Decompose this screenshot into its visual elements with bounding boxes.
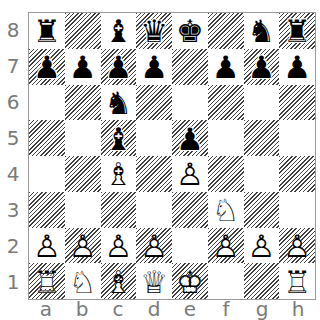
- piece-black-king[interactable]: ♚: [172, 14, 208, 50]
- square-a2[interactable]: ♟♙: [29, 228, 65, 264]
- square-e2[interactable]: [172, 228, 208, 264]
- piece-white-knight[interactable]: ♞♘: [208, 192, 244, 228]
- piece-black-rook[interactable]: ♜: [279, 14, 315, 50]
- white-king-icon: ♔: [172, 264, 208, 300]
- white-pawn-icon: ♙: [244, 229, 280, 265]
- white-queen-icon: ♕: [136, 264, 172, 300]
- piece-white-bishop[interactable]: ♝♗: [101, 263, 137, 299]
- square-g7[interactable]: ♟: [244, 49, 280, 85]
- piece-white-pawn[interactable]: ♟♙: [101, 228, 137, 264]
- square-e8[interactable]: ♚: [172, 13, 208, 49]
- piece-black-pawn[interactable]: ♟: [279, 50, 315, 86]
- piece-white-pawn[interactable]: ♟♙: [29, 228, 65, 264]
- white-pawn-icon: ♙: [172, 157, 208, 193]
- square-g5[interactable]: [244, 120, 280, 156]
- rank-label-5: 5: [0, 120, 26, 156]
- piece-white-pawn[interactable]: ♟♙: [244, 228, 280, 264]
- square-d2[interactable]: ♟♙: [136, 228, 172, 264]
- piece-black-rook[interactable]: ♜: [29, 14, 65, 50]
- piece-white-pawn[interactable]: ♟♙: [136, 228, 172, 264]
- square-b6[interactable]: [65, 85, 101, 121]
- square-h3[interactable]: [279, 192, 315, 228]
- square-h5[interactable]: [279, 120, 315, 156]
- white-rook-icon: ♖: [29, 264, 65, 300]
- square-a3[interactable]: [29, 192, 65, 228]
- piece-black-pawn[interactable]: ♟: [208, 50, 244, 86]
- square-f7[interactable]: ♟: [208, 49, 244, 85]
- square-a4[interactable]: [29, 156, 65, 192]
- square-e5[interactable]: ♟: [172, 120, 208, 156]
- board-frame: ♜♝♛♚♞♜♟♟♟♟♟♟♟♞♝♟♝♗♟♙♞♘♟♙♟♙♟♙♟♙♟♙♟♙♟♙♜♖♞♘…: [28, 12, 316, 300]
- square-b4[interactable]: [65, 156, 101, 192]
- piece-white-queen[interactable]: ♛♕: [136, 263, 172, 299]
- file-label-b: b: [64, 300, 100, 320]
- square-b5[interactable]: [65, 120, 101, 156]
- square-g8[interactable]: ♞: [244, 13, 280, 49]
- rank-label-3: 3: [0, 192, 26, 228]
- square-c7[interactable]: ♟: [101, 49, 137, 85]
- file-labels: a b c d e f g h: [28, 300, 316, 320]
- square-c3[interactable]: [101, 192, 137, 228]
- square-f8[interactable]: [208, 13, 244, 49]
- square-a6[interactable]: [29, 85, 65, 121]
- square-h1[interactable]: ♜♖: [279, 263, 315, 299]
- square-f4[interactable]: [208, 156, 244, 192]
- square-c8[interactable]: ♝: [101, 13, 137, 49]
- piece-black-bishop[interactable]: ♝: [101, 14, 137, 50]
- square-g1[interactable]: [244, 263, 280, 299]
- square-g2[interactable]: ♟♙: [244, 228, 280, 264]
- square-h4[interactable]: [279, 156, 315, 192]
- piece-white-pawn[interactable]: ♟♙: [65, 228, 101, 264]
- file-label-f: f: [208, 300, 244, 320]
- square-a7[interactable]: ♟: [29, 49, 65, 85]
- square-f2[interactable]: ♟♙: [208, 228, 244, 264]
- square-f1[interactable]: [208, 263, 244, 299]
- piece-white-king[interactable]: ♚♔: [172, 263, 208, 299]
- square-d6[interactable]: [136, 85, 172, 121]
- square-c2[interactable]: ♟♙: [101, 228, 137, 264]
- file-label-h: h: [280, 300, 316, 320]
- white-knight-icon: ♘: [65, 264, 101, 300]
- piece-black-knight[interactable]: ♞: [101, 86, 137, 122]
- square-d4[interactable]: [136, 156, 172, 192]
- piece-white-pawn[interactable]: ♟♙: [279, 228, 315, 264]
- rank-label-8: 8: [0, 12, 26, 48]
- piece-black-knight[interactable]: ♞: [244, 14, 280, 50]
- piece-white-rook[interactable]: ♜♖: [279, 263, 315, 299]
- white-rook-icon: ♖: [279, 264, 315, 300]
- square-g4[interactable]: [244, 156, 280, 192]
- square-b8[interactable]: [65, 13, 101, 49]
- piece-white-pawn[interactable]: ♟♙: [208, 228, 244, 264]
- square-a5[interactable]: [29, 120, 65, 156]
- square-a8[interactable]: ♜: [29, 13, 65, 49]
- white-bishop-icon: ♗: [101, 264, 137, 300]
- square-f3[interactable]: ♞♘: [208, 192, 244, 228]
- file-label-e: e: [172, 300, 208, 320]
- rank-label-6: 6: [0, 84, 26, 120]
- white-pawn-icon: ♙: [136, 229, 172, 265]
- square-e1[interactable]: ♚♔: [172, 263, 208, 299]
- square-h6[interactable]: [279, 85, 315, 121]
- rank-label-2: 2: [0, 228, 26, 264]
- white-pawn-icon: ♙: [29, 229, 65, 265]
- file-label-d: d: [136, 300, 172, 320]
- square-h2[interactable]: ♟♙: [279, 228, 315, 264]
- piece-black-bishop[interactable]: ♝: [101, 121, 137, 157]
- square-h8[interactable]: ♜: [279, 13, 315, 49]
- rank-label-1: 1: [0, 264, 26, 300]
- white-bishop-icon: ♗: [101, 157, 137, 193]
- square-a1[interactable]: ♜♖: [29, 263, 65, 299]
- square-c1[interactable]: ♝♗: [101, 263, 137, 299]
- piece-black-pawn[interactable]: ♟: [101, 50, 137, 86]
- square-c4[interactable]: ♝♗: [101, 156, 137, 192]
- piece-black-pawn[interactable]: ♟: [244, 50, 280, 86]
- square-f6[interactable]: [208, 85, 244, 121]
- white-pawn-icon: ♙: [65, 229, 101, 265]
- piece-black-pawn[interactable]: ♟: [65, 50, 101, 86]
- square-g3[interactable]: [244, 192, 280, 228]
- square-e4[interactable]: ♟♙: [172, 156, 208, 192]
- white-pawn-icon: ♙: [279, 229, 315, 265]
- piece-white-knight[interactable]: ♞♘: [65, 263, 101, 299]
- square-e6[interactable]: [172, 85, 208, 121]
- square-b2[interactable]: ♟♙: [65, 228, 101, 264]
- square-e3[interactable]: [172, 192, 208, 228]
- square-h7[interactable]: ♟: [279, 49, 315, 85]
- square-d3[interactable]: [136, 192, 172, 228]
- rank-label-4: 4: [0, 156, 26, 192]
- square-d1[interactable]: ♛♕: [136, 263, 172, 299]
- file-label-g: g: [244, 300, 280, 320]
- square-f5[interactable]: [208, 120, 244, 156]
- rank-labels: 8 7 6 5 4 3 2 1: [0, 12, 26, 300]
- square-c5[interactable]: ♝: [101, 120, 137, 156]
- rank-label-7: 7: [0, 48, 26, 84]
- chess-board: ♜♝♛♚♞♜♟♟♟♟♟♟♟♞♝♟♝♗♟♙♞♘♟♙♟♙♟♙♟♙♟♙♟♙♟♙♜♖♞♘…: [29, 13, 315, 299]
- piece-black-pawn[interactable]: ♟: [172, 121, 208, 157]
- square-b7[interactable]: ♟: [65, 49, 101, 85]
- white-pawn-icon: ♙: [101, 229, 137, 265]
- square-d8[interactable]: ♛: [136, 13, 172, 49]
- piece-black-pawn[interactable]: ♟: [29, 50, 65, 86]
- piece-white-bishop[interactable]: ♝♗: [101, 156, 137, 192]
- chess-diagram: 8 7 6 5 4 3 2 1 ♜♝♛♚♞♜♟♟♟♟♟♟♟♞♝♟♝♗♟♙♞♘♟♙…: [0, 0, 320, 320]
- square-g6[interactable]: [244, 85, 280, 121]
- square-e7[interactable]: [172, 49, 208, 85]
- piece-white-rook[interactable]: ♜♖: [29, 263, 65, 299]
- square-d7[interactable]: ♟: [136, 49, 172, 85]
- piece-black-queen[interactable]: ♛: [136, 14, 172, 50]
- square-c6[interactable]: ♞: [101, 85, 137, 121]
- piece-black-pawn[interactable]: ♟: [136, 50, 172, 86]
- white-pawn-icon: ♙: [208, 229, 244, 265]
- piece-white-pawn[interactable]: ♟♙: [172, 156, 208, 192]
- file-label-a: a: [28, 300, 64, 320]
- square-b1[interactable]: ♞♘: [65, 263, 101, 299]
- square-b3[interactable]: [65, 192, 101, 228]
- white-knight-icon: ♘: [208, 193, 244, 229]
- file-label-c: c: [100, 300, 136, 320]
- square-d5[interactable]: [136, 120, 172, 156]
